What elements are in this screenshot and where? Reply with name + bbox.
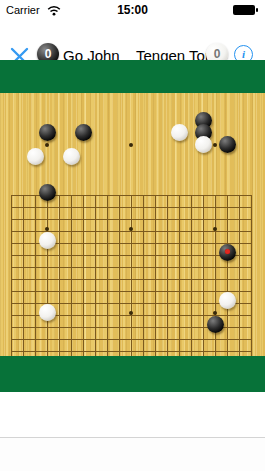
star-point (213, 143, 217, 147)
last-move-marker (225, 249, 230, 254)
white-stone[interactable] (195, 136, 212, 153)
table-felt-bottom (0, 356, 265, 392)
table-felt-top (0, 60, 265, 93)
star-point (129, 227, 133, 231)
white-stone[interactable] (171, 124, 188, 141)
bottom-toolbar: Black White Lock (0, 437, 265, 471)
star-point (213, 311, 217, 315)
game-header: 0 Go John Tengen Tom 15 moves 0 i (0, 20, 265, 60)
black-stone[interactable] (75, 124, 92, 141)
status-bar: Carrier 15:00 (0, 0, 265, 20)
brand-banner: HiramekiLab Emotional Life Design + ÷ × … (0, 392, 265, 437)
star-point (45, 227, 49, 231)
star-point (129, 311, 133, 315)
star-point (45, 143, 49, 147)
white-stone[interactable] (219, 292, 236, 309)
goban[interactable] (0, 93, 265, 356)
star-point (213, 227, 217, 231)
black-stone[interactable] (39, 124, 56, 141)
black-stone[interactable] (207, 316, 224, 333)
white-stone[interactable] (39, 232, 56, 249)
star-point (129, 143, 133, 147)
white-stone[interactable] (63, 148, 80, 165)
white-stone[interactable] (27, 148, 44, 165)
battery-icon (233, 5, 258, 15)
black-stone[interactable] (219, 136, 236, 153)
black-stone[interactable] (39, 184, 56, 201)
app-screen: Carrier 15:00 0 Go John Tengen Tom 15 mo… (0, 0, 265, 471)
clock: 15:00 (0, 3, 265, 17)
white-stone[interactable] (39, 304, 56, 321)
